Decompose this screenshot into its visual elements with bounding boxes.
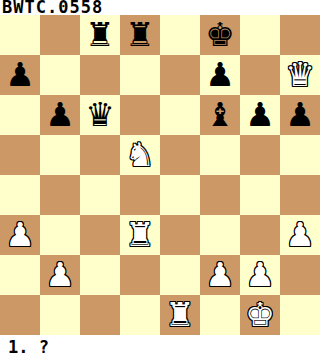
black-bishop: ♝ <box>205 95 235 135</box>
black-pawn: ♟ <box>285 95 315 135</box>
square-e5[interactable] <box>160 135 200 175</box>
square-g7[interactable] <box>240 55 280 95</box>
white-queen: ♛ <box>285 55 315 95</box>
square-a2[interactable] <box>0 255 40 295</box>
puzzle-title: BWTC.0558 <box>0 0 320 15</box>
square-d8[interactable]: ♜ <box>120 15 160 55</box>
square-b7[interactable] <box>40 55 80 95</box>
square-f3[interactable] <box>200 215 240 255</box>
square-g5[interactable] <box>240 135 280 175</box>
square-d3[interactable]: ♜ <box>120 215 160 255</box>
square-a4[interactable] <box>0 175 40 215</box>
square-f4[interactable] <box>200 175 240 215</box>
square-c4[interactable] <box>80 175 120 215</box>
square-g6[interactable]: ♟ <box>240 95 280 135</box>
square-h1[interactable] <box>280 295 320 335</box>
white-pawn: ♟ <box>5 215 35 255</box>
square-c5[interactable] <box>80 135 120 175</box>
chess-board: ♜♜♚♟♟♛♟♛♝♟♟♞♟♜♟♟♟♟♜♚ <box>0 15 320 335</box>
square-d7[interactable] <box>120 55 160 95</box>
square-h7[interactable]: ♛ <box>280 55 320 95</box>
white-rook: ♜ <box>165 295 195 335</box>
square-b8[interactable] <box>40 15 80 55</box>
square-h6[interactable]: ♟ <box>280 95 320 135</box>
move-prompt: 1. ? <box>0 335 320 360</box>
square-a7[interactable]: ♟ <box>0 55 40 95</box>
square-c1[interactable] <box>80 295 120 335</box>
square-a1[interactable] <box>0 295 40 335</box>
square-b5[interactable] <box>40 135 80 175</box>
square-f5[interactable] <box>200 135 240 175</box>
square-d2[interactable] <box>120 255 160 295</box>
white-rook: ♜ <box>125 215 155 255</box>
square-g2[interactable]: ♟ <box>240 255 280 295</box>
square-g1[interactable]: ♚ <box>240 295 280 335</box>
square-b4[interactable] <box>40 175 80 215</box>
square-e8[interactable] <box>160 15 200 55</box>
white-pawn: ♟ <box>285 215 315 255</box>
white-king: ♚ <box>245 295 275 335</box>
black-rook: ♜ <box>85 15 115 55</box>
square-b6[interactable]: ♟ <box>40 95 80 135</box>
square-f2[interactable]: ♟ <box>200 255 240 295</box>
square-h5[interactable] <box>280 135 320 175</box>
square-d5[interactable]: ♞ <box>120 135 160 175</box>
black-pawn: ♟ <box>205 55 235 95</box>
square-e7[interactable] <box>160 55 200 95</box>
white-pawn: ♟ <box>205 255 235 295</box>
square-h2[interactable] <box>280 255 320 295</box>
black-pawn: ♟ <box>245 95 275 135</box>
square-c3[interactable] <box>80 215 120 255</box>
square-g8[interactable] <box>240 15 280 55</box>
square-a3[interactable]: ♟ <box>0 215 40 255</box>
white-pawn: ♟ <box>45 255 75 295</box>
square-f1[interactable] <box>200 295 240 335</box>
square-b1[interactable] <box>40 295 80 335</box>
square-f7[interactable]: ♟ <box>200 55 240 95</box>
black-queen: ♛ <box>85 95 115 135</box>
square-d4[interactable] <box>120 175 160 215</box>
square-c2[interactable] <box>80 255 120 295</box>
square-e1[interactable]: ♜ <box>160 295 200 335</box>
square-d6[interactable] <box>120 95 160 135</box>
square-c6[interactable]: ♛ <box>80 95 120 135</box>
white-knight: ♞ <box>125 135 155 175</box>
square-h3[interactable]: ♟ <box>280 215 320 255</box>
white-pawn: ♟ <box>245 255 275 295</box>
black-pawn: ♟ <box>5 55 35 95</box>
square-a6[interactable] <box>0 95 40 135</box>
square-e3[interactable] <box>160 215 200 255</box>
square-a8[interactable] <box>0 15 40 55</box>
square-c8[interactable]: ♜ <box>80 15 120 55</box>
square-e4[interactable] <box>160 175 200 215</box>
square-g3[interactable] <box>240 215 280 255</box>
square-f8[interactable]: ♚ <box>200 15 240 55</box>
square-c7[interactable] <box>80 55 120 95</box>
square-b3[interactable] <box>40 215 80 255</box>
black-king: ♚ <box>205 15 235 55</box>
square-h4[interactable] <box>280 175 320 215</box>
square-b2[interactable]: ♟ <box>40 255 80 295</box>
square-f6[interactable]: ♝ <box>200 95 240 135</box>
black-pawn: ♟ <box>45 95 75 135</box>
square-h8[interactable] <box>280 15 320 55</box>
square-a5[interactable] <box>0 135 40 175</box>
black-rook: ♜ <box>125 15 155 55</box>
square-e6[interactable] <box>160 95 200 135</box>
square-d1[interactable] <box>120 295 160 335</box>
square-g4[interactable] <box>240 175 280 215</box>
square-e2[interactable] <box>160 255 200 295</box>
